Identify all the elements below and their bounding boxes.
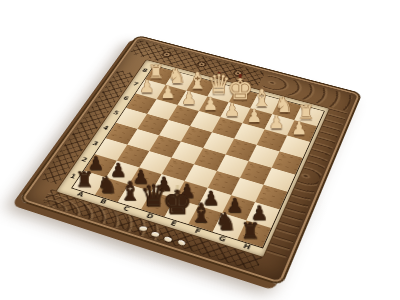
piece-white-P-h7[interactable]: ♟ [291,120,307,138]
piece-white-P-e7[interactable]: ♟ [224,101,240,119]
square-e4[interactable] [194,148,226,171]
piece-white-P-c7[interactable]: ♟ [181,90,197,107]
piece-black-K-e1[interactable]: ♚ [162,185,192,218]
piece-white-P-f7[interactable]: ♟ [246,107,262,125]
inlay-dot [139,226,147,231]
piece-black-B-c1[interactable]: ♝ [119,179,142,205]
piece-black-N-b1[interactable]: ♞ [97,174,118,197]
piece-white-P-b7[interactable]: ♟ [160,84,175,101]
piece-white-P-g7[interactable]: ♟ [268,113,284,131]
square-h5[interactable] [272,151,303,174]
photo-scene: ♜♞♝♛♚♝♞♜♟♟♟♟♟♟♟♟♟♟♟♟♟♟♟♟♜♞♝♛♚♝♞♜ ABCDEFG… [0,0,400,300]
piece-black-R-a1[interactable]: ♜ [75,169,94,190]
chess-board: ♜♞♝♛♚♝♞♜♟♟♟♟♟♟♟♟♟♟♟♟♟♟♟♟♜♞♝♛♚♝♞♜ ABCDEFG… [18,35,362,286]
piece-white-P-a7[interactable]: ♟ [139,78,154,95]
piece-black-B-f1[interactable]: ♝ [190,200,213,226]
piece-white-P-d7[interactable]: ♟ [203,95,219,112]
square-f5[interactable] [226,139,257,162]
square-c4[interactable] [149,135,181,157]
carved-wood-frame: ♜♞♝♛♚♝♞♜♟♟♟♟♟♟♟♟♟♟♟♟♟♟♟♟♜♞♝♛♚♝♞♜ ABCDEFG… [18,35,362,286]
piece-black-R-h1[interactable]: ♜ [241,220,261,242]
piece-black-N-g1[interactable]: ♞ [215,210,237,234]
